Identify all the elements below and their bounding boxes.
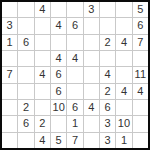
- cell-r9c8-clue: 1: [116, 133, 131, 148]
- cell-r3c6-empty[interactable]: [84, 35, 99, 50]
- cell-r1c4-empty[interactable]: [51, 2, 66, 17]
- cell-r5c7-clue: 4: [100, 67, 115, 82]
- cell-r8c4-empty[interactable]: [51, 116, 66, 131]
- cell-r5c5-empty[interactable]: [67, 67, 82, 82]
- puzzle-board: 4353466162474474641162442106466213104573…: [0, 0, 150, 150]
- cell-r4c1-empty[interactable]: [2, 51, 17, 66]
- cell-r2c8-empty[interactable]: [116, 18, 131, 33]
- cell-r3c2-clue: 6: [18, 35, 33, 50]
- cell-r4c7-empty[interactable]: [100, 51, 115, 66]
- cell-r5c2-empty[interactable]: [18, 67, 33, 82]
- cell-r3c3-empty[interactable]: [35, 35, 50, 50]
- cell-r8c3-clue: 2: [35, 116, 50, 131]
- cell-r3c8-clue: 4: [116, 35, 131, 50]
- cell-r3c9-clue: 7: [133, 35, 148, 50]
- cell-r2c1-clue: 3: [2, 18, 17, 33]
- cell-r2c3-empty[interactable]: [35, 18, 50, 33]
- cell-r9c6-empty[interactable]: [84, 133, 99, 148]
- cell-r6c7-clue: 2: [100, 84, 115, 99]
- cell-r9c3-clue: 4: [35, 133, 50, 148]
- cell-r5c9-clue: 11: [133, 67, 148, 82]
- cell-r7c8-empty[interactable]: [116, 100, 131, 115]
- cell-r3c4-empty[interactable]: [51, 35, 66, 50]
- cell-r1c1-empty[interactable]: [2, 2, 17, 17]
- cell-r1c3-clue: 4: [35, 2, 50, 17]
- cell-r5c6-empty[interactable]: [84, 67, 99, 82]
- cell-r3c1-clue: 1: [2, 35, 17, 50]
- cell-r1c2-empty[interactable]: [18, 2, 33, 17]
- cell-r4c2-empty[interactable]: [18, 51, 33, 66]
- cell-r4c3-empty[interactable]: [35, 51, 50, 66]
- cell-r4c9-empty[interactable]: [133, 51, 148, 66]
- cell-r2c2-empty[interactable]: [18, 18, 33, 33]
- cell-r7c5-clue: 6: [67, 100, 82, 115]
- cell-r2c5-clue: 6: [67, 18, 82, 33]
- cell-r5c4-clue: 6: [51, 67, 66, 82]
- cell-r8c8-clue: 10: [116, 116, 131, 131]
- cell-r8c7-clue: 3: [100, 116, 115, 131]
- cell-r6c6-empty[interactable]: [84, 84, 99, 99]
- cell-r1c5-empty[interactable]: [67, 2, 82, 17]
- cell-r9c1-empty[interactable]: [2, 133, 17, 148]
- cell-r6c3-empty[interactable]: [35, 84, 50, 99]
- cell-r4c5-clue: 4: [67, 51, 82, 66]
- cell-r4c6-empty[interactable]: [84, 51, 99, 66]
- cell-r7c6-clue: 4: [84, 100, 99, 115]
- cell-r5c8-empty[interactable]: [116, 67, 131, 82]
- cell-r6c8-clue: 4: [116, 84, 131, 99]
- cell-r9c9-empty[interactable]: [133, 133, 148, 148]
- cell-r1c8-empty[interactable]: [116, 2, 131, 17]
- cell-r4c8-empty[interactable]: [116, 51, 131, 66]
- cell-r8c1-empty[interactable]: [2, 116, 17, 131]
- cell-r7c2-clue: 2: [18, 100, 33, 115]
- cell-r9c5-clue: 7: [67, 133, 82, 148]
- cell-r6c9-clue: 4: [133, 84, 148, 99]
- cell-r3c7-clue: 2: [100, 35, 115, 50]
- cell-r7c9-empty[interactable]: [133, 100, 148, 115]
- cell-r4c4-clue: 4: [51, 51, 66, 66]
- cell-r9c4-clue: 5: [51, 133, 66, 148]
- cell-r2c6-empty[interactable]: [84, 18, 99, 33]
- cell-r6c1-empty[interactable]: [2, 84, 17, 99]
- cell-r8c6-empty[interactable]: [84, 116, 99, 131]
- cell-r2c9-clue: 6: [133, 18, 148, 33]
- cell-r7c1-empty[interactable]: [2, 100, 17, 115]
- cell-r5c3-clue: 4: [35, 67, 50, 82]
- cell-r7c7-clue: 6: [100, 100, 115, 115]
- cell-r6c5-empty[interactable]: [67, 84, 82, 99]
- cell-r8c5-clue: 1: [67, 116, 82, 131]
- cell-r8c2-clue: 6: [18, 116, 33, 131]
- cell-r1c7-empty[interactable]: [100, 2, 115, 17]
- cell-r7c4-clue: 10: [51, 100, 66, 115]
- cell-r7c3-empty[interactable]: [35, 100, 50, 115]
- cell-r6c4-clue: 6: [51, 84, 66, 99]
- cell-r9c7-clue: 3: [100, 133, 115, 148]
- cell-r5c1-clue: 7: [2, 67, 17, 82]
- cell-r2c4-clue: 4: [51, 18, 66, 33]
- cell-r8c9-empty[interactable]: [133, 116, 148, 131]
- cell-r2c7-empty[interactable]: [100, 18, 115, 33]
- cell-r9c2-empty[interactable]: [18, 133, 33, 148]
- cell-r1c9-clue: 5: [133, 2, 148, 17]
- cell-r6c2-empty[interactable]: [18, 84, 33, 99]
- cell-r1c6-clue: 3: [84, 2, 99, 17]
- cell-r3c5-empty[interactable]: [67, 35, 82, 50]
